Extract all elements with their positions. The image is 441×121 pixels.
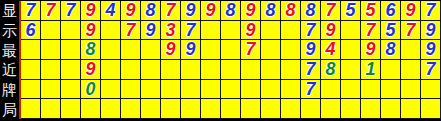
- cell-r2c20: 7: [401, 21, 421, 41]
- cell-r4c6: [121, 60, 141, 80]
- cell-r2c9: 7: [181, 21, 201, 41]
- cell-r4c21: 7: [421, 60, 441, 80]
- cell-r6c11: [221, 99, 241, 119]
- history-grid: 7779498799898887556976979379797579899794…: [21, 1, 441, 119]
- cell-r1c14: 8: [281, 1, 301, 21]
- cell-r6c9: [181, 99, 201, 119]
- digit-r2c20: 7: [405, 21, 415, 40]
- cell-r6c4: [81, 99, 101, 119]
- cell-r2c1: 6: [21, 21, 41, 41]
- cell-r2c17: [341, 21, 361, 41]
- cell-r6c6: [121, 99, 141, 119]
- cell-r2c7: 9: [141, 21, 161, 41]
- digit-r3c15: 9: [305, 40, 315, 59]
- cell-r2c12: 9: [241, 21, 261, 41]
- cell-r4c18: 1: [361, 60, 381, 80]
- cell-r5c15: 7: [301, 80, 321, 100]
- cell-r3c3: [61, 40, 81, 60]
- digit-r1c13: 8: [265, 1, 275, 20]
- cell-r2c5: [101, 21, 121, 41]
- cell-r1c13: 8: [261, 1, 281, 21]
- cell-r3c9: 9: [181, 40, 201, 60]
- cell-r5c2: [41, 80, 61, 100]
- cell-r6c20: [401, 99, 421, 119]
- cell-r1c10: 9: [201, 1, 221, 21]
- digit-r1c14: 8: [285, 1, 295, 20]
- cell-r4c8: [161, 60, 181, 80]
- cell-r6c18: [361, 99, 381, 119]
- digit-r4c4: 9: [85, 60, 95, 79]
- cell-r2c16: 9: [321, 21, 341, 41]
- digit-r1c19: 6: [385, 1, 395, 20]
- cell-r4c14: [281, 60, 301, 80]
- digit-r4c21: 7: [425, 60, 435, 79]
- cell-r2c2: [41, 21, 61, 41]
- digit-r3c12: 7: [245, 40, 255, 59]
- digit-r1c21: 7: [425, 1, 435, 20]
- cell-r5c6: [121, 80, 141, 100]
- cell-r5c12: [241, 80, 261, 100]
- digit-r1c16: 7: [325, 1, 335, 20]
- cell-r4c5: [101, 60, 121, 80]
- digit-r1c5: 4: [105, 1, 115, 20]
- cell-r4c2: [41, 60, 61, 80]
- title-char-3: 最: [0, 41, 19, 60]
- cell-r2c3: [61, 21, 81, 41]
- cell-r5c1: [21, 80, 41, 100]
- digit-r1c3: 7: [65, 1, 75, 20]
- digit-r2c8: 3: [165, 21, 175, 40]
- digit-r3c4: 8: [85, 40, 95, 59]
- cell-r3c12: 7: [241, 40, 261, 60]
- cell-r2c18: 7: [361, 21, 381, 41]
- cell-r5c8: [161, 80, 181, 100]
- cell-r3c13: [261, 40, 281, 60]
- digit-r1c17: 5: [345, 1, 355, 20]
- digit-r1c10: 9: [205, 1, 215, 20]
- digit-r2c9: 7: [185, 21, 195, 40]
- cell-r5c3: [61, 80, 81, 100]
- digit-r2c16: 9: [325, 21, 335, 40]
- cell-r6c3: [61, 99, 81, 119]
- cell-r1c8: 7: [161, 1, 181, 21]
- cell-r3c6: [121, 40, 141, 60]
- title-char-2: 示: [0, 21, 19, 40]
- digit-r2c21: 9: [425, 21, 435, 40]
- digit-r1c9: 9: [185, 1, 195, 20]
- cell-r4c12: [241, 60, 261, 80]
- digit-r3c16: 4: [325, 40, 335, 59]
- digit-r5c4: 0: [85, 80, 95, 99]
- cell-r6c14: [281, 99, 301, 119]
- digit-r2c4: 9: [85, 21, 95, 40]
- digit-r5c15: 7: [305, 80, 315, 99]
- cell-r6c12: [241, 99, 261, 119]
- cell-r2c10: [201, 21, 221, 41]
- cell-r2c6: 7: [121, 21, 141, 41]
- digit-r1c15: 8: [305, 1, 315, 20]
- cell-r3c19: 8: [381, 40, 401, 60]
- cell-r5c9: [181, 80, 201, 100]
- cell-r4c7: [141, 60, 161, 80]
- cell-r1c9: 9: [181, 1, 201, 21]
- cell-r3c11: [221, 40, 241, 60]
- digit-r2c1: 6: [25, 21, 35, 40]
- cell-r4c3: [61, 60, 81, 80]
- cell-r6c16: [321, 99, 341, 119]
- cell-r5c10: [201, 80, 221, 100]
- cell-r4c11: [221, 60, 241, 80]
- cell-r6c7: [141, 99, 161, 119]
- cell-r3c15: 9: [301, 40, 321, 60]
- cell-r3c20: [401, 40, 421, 60]
- digit-r1c1: 7: [25, 1, 35, 20]
- digit-r2c6: 7: [125, 21, 135, 40]
- cell-r1c11: 8: [221, 1, 241, 21]
- cell-r5c13: [261, 80, 281, 100]
- cell-r3c14: [281, 40, 301, 60]
- cell-r5c18: [361, 80, 381, 100]
- title-char-6: 局: [0, 100, 19, 119]
- cell-r6c21: [421, 99, 441, 119]
- cell-r6c17: [341, 99, 361, 119]
- cell-r3c18: 9: [361, 40, 381, 60]
- cell-r1c20: 9: [401, 1, 421, 21]
- cell-r6c13: [261, 99, 281, 119]
- cell-r4c1: [21, 60, 41, 80]
- cell-r1c4: 9: [81, 1, 101, 21]
- cell-r3c8: 9: [161, 40, 181, 60]
- cell-r4c4: 9: [81, 60, 101, 80]
- cell-r5c7: [141, 80, 161, 100]
- cell-r6c10: [201, 99, 221, 119]
- cell-r6c15: [301, 99, 321, 119]
- cell-r1c5: 4: [101, 1, 121, 21]
- cell-r3c4: 8: [81, 40, 101, 60]
- cell-r1c15: 8: [301, 1, 321, 21]
- title-char-4: 近: [0, 60, 19, 79]
- cell-r1c12: 9: [241, 1, 261, 21]
- cell-r5c21: [421, 80, 441, 100]
- cell-r2c4: 9: [81, 21, 101, 41]
- cell-r6c2: [41, 99, 61, 119]
- digit-r3c8: 9: [165, 40, 175, 59]
- digit-r4c16: 8: [325, 60, 335, 79]
- cell-r2c15: 7: [301, 21, 321, 41]
- cell-r5c19: [381, 80, 401, 100]
- cell-r3c16: 4: [321, 40, 341, 60]
- cell-r4c9: [181, 60, 201, 80]
- cell-r1c3: 7: [61, 1, 81, 21]
- digit-r2c18: 7: [365, 21, 375, 40]
- cell-r4c16: 8: [321, 60, 341, 80]
- cell-r5c17: [341, 80, 361, 100]
- cell-r3c5: [101, 40, 121, 60]
- title-char-1: 显: [0, 1, 19, 20]
- cell-r2c21: 9: [421, 21, 441, 41]
- cell-r4c19: [381, 60, 401, 80]
- cell-r5c14: [281, 80, 301, 100]
- cell-r3c7: [141, 40, 161, 60]
- cell-r4c13: [261, 60, 281, 80]
- cell-r2c19: 5: [381, 21, 401, 41]
- recent-games-board: 显 示 最 近 牌 局 7779498799898887556976979379…: [0, 0, 441, 121]
- cell-r3c1: [21, 40, 41, 60]
- digit-r1c20: 9: [405, 1, 415, 20]
- digit-r1c11: 8: [225, 1, 235, 20]
- cell-r5c4: 0: [81, 80, 101, 100]
- digit-r2c15: 7: [305, 21, 315, 40]
- cell-r5c16: [321, 80, 341, 100]
- cell-r1c7: 8: [141, 1, 161, 21]
- cell-r4c15: 7: [301, 60, 321, 80]
- digit-r1c2: 7: [45, 1, 55, 20]
- cell-r5c5: [101, 80, 121, 100]
- digit-r3c9: 9: [185, 40, 195, 59]
- digit-r1c6: 9: [125, 1, 135, 20]
- cell-r3c10: [201, 40, 221, 60]
- cell-r5c20: [401, 80, 421, 100]
- cell-r3c17: [341, 40, 361, 60]
- cell-r2c11: [221, 21, 241, 41]
- cell-r1c1: 7: [21, 1, 41, 21]
- cell-r3c21: 9: [421, 40, 441, 60]
- digit-r1c18: 5: [365, 1, 375, 20]
- digit-r1c8: 7: [165, 1, 175, 20]
- cell-r1c18: 5: [361, 1, 381, 21]
- cell-r1c16: 7: [321, 1, 341, 21]
- cell-r3c2: [41, 40, 61, 60]
- cell-r6c19: [381, 99, 401, 119]
- digit-r1c7: 8: [145, 1, 155, 20]
- digit-r4c15: 7: [305, 60, 315, 79]
- digit-r4c18: 1: [365, 60, 375, 79]
- vertical-title: 显 示 最 近 牌 局: [0, 1, 19, 119]
- cell-r4c10: [201, 60, 221, 80]
- cell-r5c11: [221, 80, 241, 100]
- cell-r4c17: [341, 60, 361, 80]
- cell-r1c2: 7: [41, 1, 61, 21]
- digit-r2c12: 9: [245, 21, 255, 40]
- cell-r1c6: 9: [121, 1, 141, 21]
- cell-r1c19: 6: [381, 1, 401, 21]
- digit-r2c19: 5: [385, 21, 395, 40]
- cell-r4c20: [401, 60, 421, 80]
- cell-r6c8: [161, 99, 181, 119]
- cell-r6c1: [21, 99, 41, 119]
- cell-r2c8: 3: [161, 21, 181, 41]
- digit-r1c12: 9: [245, 1, 255, 20]
- cell-r2c13: [261, 21, 281, 41]
- digit-r3c19: 8: [385, 40, 395, 59]
- digit-r3c21: 9: [425, 40, 435, 59]
- digit-r2c7: 9: [145, 21, 155, 40]
- cell-r2c14: [281, 21, 301, 41]
- digit-r3c18: 9: [365, 40, 375, 59]
- cell-r1c21: 7: [421, 1, 441, 21]
- digit-r1c4: 9: [85, 1, 95, 20]
- cell-r1c17: 5: [341, 1, 361, 21]
- title-char-5: 牌: [0, 80, 19, 99]
- cell-r6c5: [101, 99, 121, 119]
